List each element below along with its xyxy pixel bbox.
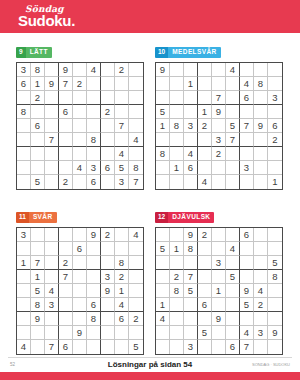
sudoku-cell[interactable] xyxy=(240,105,254,119)
sudoku-cell[interactable]: 3 xyxy=(212,133,226,147)
sudoku-cell[interactable]: 6 xyxy=(101,161,115,175)
sudoku-cell[interactable]: 2 xyxy=(31,91,45,105)
sudoku-cell[interactable] xyxy=(184,326,198,340)
sudoku-cell[interactable] xyxy=(101,63,115,77)
sudoku-cell[interactable]: 8 xyxy=(115,256,129,270)
sudoku-cell[interactable]: 6 xyxy=(226,340,240,354)
sudoku-cell[interactable]: 1 xyxy=(212,284,226,298)
sudoku-cell[interactable] xyxy=(170,77,184,91)
sudoku-cell[interactable] xyxy=(17,147,31,161)
sudoku-cell[interactable] xyxy=(212,77,226,91)
sudoku-cell[interactable] xyxy=(101,175,115,189)
sudoku-cell[interactable]: 7 xyxy=(226,133,240,147)
sudoku-cell[interactable]: 3 xyxy=(45,298,59,312)
sudoku-cell[interactable] xyxy=(45,147,59,161)
sudoku-cell[interactable] xyxy=(87,284,101,298)
sudoku-cell[interactable] xyxy=(115,340,129,354)
sudoku-cell[interactable] xyxy=(45,161,59,175)
sudoku-cell[interactable] xyxy=(254,340,268,354)
sudoku-cell[interactable] xyxy=(156,161,170,175)
sudoku-cell[interactable]: 9 xyxy=(240,284,254,298)
sudoku-cell[interactable]: 6 xyxy=(87,175,101,189)
sudoku-cell[interactable] xyxy=(240,242,254,256)
sudoku-cell[interactable]: 8 xyxy=(184,242,198,256)
sudoku-cell[interactable]: 1 xyxy=(184,77,198,91)
sudoku-cell[interactable] xyxy=(170,312,184,326)
sudoku-cell[interactable]: 2 xyxy=(101,105,115,119)
sudoku-cell[interactable] xyxy=(212,63,226,77)
sudoku-cell[interactable] xyxy=(101,256,115,270)
sudoku-cell[interactable] xyxy=(226,256,240,270)
sudoku-cell[interactable] xyxy=(254,256,268,270)
sudoku-cell[interactable]: 1 xyxy=(198,105,212,119)
sudoku-cell[interactable] xyxy=(240,175,254,189)
sudoku-cell[interactable] xyxy=(184,312,198,326)
sudoku-cell[interactable] xyxy=(156,326,170,340)
sudoku-cell[interactable] xyxy=(156,175,170,189)
sudoku-cell[interactable]: 6 xyxy=(17,77,31,91)
sudoku-cell[interactable] xyxy=(73,298,87,312)
sudoku-cell[interactable] xyxy=(212,161,226,175)
sudoku-cell[interactable]: 4 xyxy=(198,175,212,189)
sudoku-cell[interactable] xyxy=(45,270,59,284)
sudoku-cell[interactable]: 3 xyxy=(17,63,31,77)
sudoku-cell[interactable] xyxy=(198,63,212,77)
sudoku-cell[interactable] xyxy=(184,63,198,77)
sudoku-cell[interactable] xyxy=(254,147,268,161)
sudoku-cell[interactable]: 1 xyxy=(17,256,31,270)
sudoku-cell[interactable] xyxy=(73,256,87,270)
sudoku-cell[interactable]: 7 xyxy=(31,256,45,270)
sudoku-cell[interactable]: 6 xyxy=(31,119,45,133)
sudoku-cell[interactable] xyxy=(198,91,212,105)
sudoku-cell[interactable]: 4 xyxy=(17,340,31,354)
sudoku-cell[interactable]: 1 xyxy=(268,175,282,189)
sudoku-cell[interactable] xyxy=(59,119,73,133)
sudoku-cell[interactable]: 9 xyxy=(212,312,226,326)
sudoku-cell[interactable]: 5 xyxy=(226,119,240,133)
sudoku-cell[interactable] xyxy=(101,340,115,354)
sudoku-cell[interactable] xyxy=(115,228,129,242)
sudoku-cell[interactable]: 2 xyxy=(212,147,226,161)
sudoku-cell[interactable]: 1 xyxy=(31,270,45,284)
sudoku-cell[interactable] xyxy=(184,133,198,147)
sudoku-cell[interactable] xyxy=(226,77,240,91)
sudoku-cell[interactable]: 8 xyxy=(31,298,45,312)
sudoku-cell[interactable]: 8 xyxy=(156,147,170,161)
sudoku-cell[interactable] xyxy=(198,133,212,147)
sudoku-cell[interactable]: 1 xyxy=(31,77,45,91)
sudoku-cell[interactable]: 8 xyxy=(17,105,31,119)
sudoku-cell[interactable] xyxy=(73,105,87,119)
sudoku-cell[interactable] xyxy=(87,77,101,91)
sudoku-cell[interactable] xyxy=(31,340,45,354)
sudoku-cell[interactable] xyxy=(17,298,31,312)
sudoku-cell[interactable] xyxy=(268,242,282,256)
sudoku-cell[interactable] xyxy=(17,270,31,284)
sudoku-cell[interactable]: 6 xyxy=(268,119,282,133)
sudoku-cell[interactable]: 4 xyxy=(45,284,59,298)
sudoku-cell[interactable]: 4 xyxy=(156,312,170,326)
sudoku-cell[interactable] xyxy=(87,147,101,161)
sudoku-cell[interactable] xyxy=(212,228,226,242)
sudoku-cell[interactable]: 6 xyxy=(184,161,198,175)
sudoku-cell[interactable] xyxy=(254,175,268,189)
sudoku-cell[interactable] xyxy=(73,147,87,161)
sudoku-cell[interactable]: 7 xyxy=(115,119,129,133)
sudoku-cell[interactable]: 1 xyxy=(170,161,184,175)
sudoku-cell[interactable] xyxy=(268,161,282,175)
sudoku-cell[interactable]: 5 xyxy=(129,340,143,354)
sudoku-cell[interactable]: 2 xyxy=(59,175,73,189)
sudoku-cell[interactable] xyxy=(45,91,59,105)
sudoku-cell[interactable] xyxy=(240,147,254,161)
sudoku-cell[interactable] xyxy=(59,161,73,175)
sudoku-cell[interactable] xyxy=(129,119,143,133)
sudoku-cell[interactable] xyxy=(129,298,143,312)
sudoku-cell[interactable] xyxy=(240,133,254,147)
sudoku-cell[interactable] xyxy=(212,242,226,256)
sudoku-cell[interactable]: 4 xyxy=(129,133,143,147)
sudoku-cell[interactable]: 4 xyxy=(226,63,240,77)
sudoku-cell[interactable] xyxy=(17,326,31,340)
sudoku-cell[interactable]: 5 xyxy=(240,298,254,312)
sudoku-cell[interactable] xyxy=(268,312,282,326)
sudoku-cell[interactable] xyxy=(73,91,87,105)
sudoku-cell[interactable] xyxy=(254,312,268,326)
sudoku-cell[interactable] xyxy=(101,119,115,133)
sudoku-cell[interactable]: 4 xyxy=(184,147,198,161)
sudoku-cell[interactable]: 3 xyxy=(254,326,268,340)
sudoku-cell[interactable] xyxy=(73,228,87,242)
sudoku-cell[interactable] xyxy=(45,105,59,119)
sudoku-cell[interactable]: 8 xyxy=(129,161,143,175)
sudoku-cell[interactable] xyxy=(268,228,282,242)
sudoku-cell[interactable]: 9 xyxy=(59,63,73,77)
sudoku-cell[interactable]: 9 xyxy=(87,228,101,242)
sudoku-cell[interactable] xyxy=(156,284,170,298)
sudoku-cell[interactable] xyxy=(198,77,212,91)
sudoku-cell[interactable]: 8 xyxy=(170,119,184,133)
sudoku-cell[interactable] xyxy=(17,161,31,175)
sudoku-cell[interactable] xyxy=(240,270,254,284)
sudoku-cell[interactable]: 2 xyxy=(73,77,87,91)
sudoku-cell[interactable]: 8 xyxy=(87,312,101,326)
sudoku-cell[interactable]: 4 xyxy=(254,284,268,298)
sudoku-cell[interactable] xyxy=(31,161,45,175)
sudoku-cell[interactable] xyxy=(45,326,59,340)
sudoku-cell[interactable]: 8 xyxy=(87,133,101,147)
sudoku-cell[interactable]: 5 xyxy=(156,105,170,119)
sudoku-cell[interactable]: 4 xyxy=(115,147,129,161)
sudoku-cell[interactable] xyxy=(226,326,240,340)
sudoku-cell[interactable] xyxy=(254,270,268,284)
sudoku-cell[interactable] xyxy=(101,298,115,312)
sudoku-cell[interactable] xyxy=(87,270,101,284)
sudoku-cell[interactable] xyxy=(268,340,282,354)
sudoku-cell[interactable]: 3 xyxy=(101,270,115,284)
sudoku-cell[interactable]: 9 xyxy=(45,77,59,91)
sudoku-cell[interactable] xyxy=(73,270,87,284)
sudoku-cell[interactable]: 9 xyxy=(268,326,282,340)
sudoku-cell[interactable] xyxy=(31,133,45,147)
sudoku-cell[interactable] xyxy=(129,256,143,270)
sudoku-cell[interactable] xyxy=(184,175,198,189)
sudoku-cell[interactable] xyxy=(101,147,115,161)
sudoku-cell[interactable]: 9 xyxy=(184,228,198,242)
sudoku-cell[interactable] xyxy=(184,91,198,105)
sudoku-cell[interactable] xyxy=(226,161,240,175)
sudoku-cell[interactable] xyxy=(226,298,240,312)
sudoku-cell[interactable]: 7 xyxy=(59,77,73,91)
sudoku-cell[interactable] xyxy=(59,312,73,326)
sudoku-cell[interactable] xyxy=(198,312,212,326)
sudoku-cell[interactable]: 5 xyxy=(226,270,240,284)
sudoku-cell[interactable]: 1 xyxy=(170,242,184,256)
sudoku-cell[interactable] xyxy=(87,119,101,133)
sudoku-cell[interactable] xyxy=(226,91,240,105)
sudoku-cell[interactable] xyxy=(31,105,45,119)
sudoku-cell[interactable] xyxy=(212,340,226,354)
sudoku-cell[interactable] xyxy=(198,161,212,175)
sudoku-cell[interactable] xyxy=(170,63,184,77)
sudoku-cell[interactable] xyxy=(268,284,282,298)
sudoku-cell[interactable]: 5 xyxy=(31,175,45,189)
sudoku-cell[interactable] xyxy=(198,340,212,354)
sudoku-cell[interactable] xyxy=(17,91,31,105)
sudoku-cell[interactable] xyxy=(254,133,268,147)
sudoku-cell[interactable]: 5 xyxy=(184,284,198,298)
sudoku-cell[interactable] xyxy=(268,147,282,161)
sudoku-cell[interactable] xyxy=(156,228,170,242)
sudoku-cell[interactable] xyxy=(45,312,59,326)
sudoku-cell[interactable] xyxy=(101,77,115,91)
sudoku-cell[interactable] xyxy=(226,228,240,242)
sudoku-cell[interactable] xyxy=(73,340,87,354)
sudoku-cell[interactable] xyxy=(170,175,184,189)
sudoku-cell[interactable]: 2 xyxy=(101,228,115,242)
sudoku-cell[interactable]: 7 xyxy=(129,175,143,189)
sudoku-cell[interactable] xyxy=(59,133,73,147)
sudoku-cell[interactable]: 9 xyxy=(254,119,268,133)
sudoku-cell[interactable]: 7 xyxy=(184,270,198,284)
sudoku-cell[interactable]: 5 xyxy=(156,242,170,256)
sudoku-cell[interactable] xyxy=(129,242,143,256)
sudoku-cell[interactable] xyxy=(129,270,143,284)
sudoku-cell[interactable] xyxy=(115,133,129,147)
sudoku-cell[interactable] xyxy=(45,119,59,133)
sudoku-cell[interactable] xyxy=(59,228,73,242)
sudoku-cell[interactable]: 6 xyxy=(198,298,212,312)
sudoku-cell[interactable] xyxy=(59,284,73,298)
sudoku-cell[interactable]: 4 xyxy=(115,298,129,312)
sudoku-cell[interactable] xyxy=(226,312,240,326)
sudoku-cell[interactable]: 2 xyxy=(198,228,212,242)
sudoku-cell[interactable] xyxy=(59,147,73,161)
sudoku-cell[interactable]: 8 xyxy=(268,270,282,284)
sudoku-cell[interactable]: 6 xyxy=(240,91,254,105)
sudoku-cell[interactable] xyxy=(156,270,170,284)
sudoku-cell[interactable] xyxy=(115,242,129,256)
sudoku-cell[interactable] xyxy=(226,175,240,189)
sudoku-cell[interactable] xyxy=(101,133,115,147)
sudoku-cell[interactable] xyxy=(17,119,31,133)
sudoku-cell[interactable]: 9 xyxy=(73,326,87,340)
sudoku-cell[interactable] xyxy=(212,119,226,133)
sudoku-cell[interactable] xyxy=(73,284,87,298)
sudoku-cell[interactable] xyxy=(17,312,31,326)
sudoku-cell[interactable] xyxy=(45,175,59,189)
sudoku-cell[interactable]: 3 xyxy=(184,119,198,133)
sudoku-cell[interactable]: 6 xyxy=(59,105,73,119)
sudoku-cell[interactable]: 4 xyxy=(240,326,254,340)
sudoku-cell[interactable]: 3 xyxy=(212,256,226,270)
sudoku-cell[interactable] xyxy=(87,326,101,340)
sudoku-cell[interactable] xyxy=(268,105,282,119)
sudoku-cell[interactable]: 1 xyxy=(156,119,170,133)
sudoku-cell[interactable] xyxy=(170,256,184,270)
sudoku-cell[interactable]: 8 xyxy=(31,63,45,77)
sudoku-cell[interactable]: 6 xyxy=(73,242,87,256)
sudoku-cell[interactable] xyxy=(212,298,226,312)
sudoku-cell[interactable]: 4 xyxy=(87,63,101,77)
sudoku-cell[interactable] xyxy=(268,63,282,77)
sudoku-cell[interactable] xyxy=(268,298,282,312)
sudoku-cell[interactable] xyxy=(156,91,170,105)
sudoku-cell[interactable] xyxy=(87,340,101,354)
sudoku-cell[interactable] xyxy=(31,228,45,242)
sudoku-cell[interactable]: 4 xyxy=(240,77,254,91)
sudoku-cell[interactable] xyxy=(198,256,212,270)
sudoku-cell[interactable] xyxy=(17,133,31,147)
sudoku-cell[interactable] xyxy=(184,256,198,270)
sudoku-cell[interactable] xyxy=(156,133,170,147)
sudoku-cell[interactable]: 7 xyxy=(59,270,73,284)
sudoku-cell[interactable] xyxy=(240,312,254,326)
sudoku-cell[interactable] xyxy=(170,91,184,105)
sudoku-cell[interactable] xyxy=(254,242,268,256)
sudoku-cell[interactable] xyxy=(226,147,240,161)
sudoku-cell[interactable] xyxy=(198,147,212,161)
sudoku-cell[interactable]: 6 xyxy=(240,228,254,242)
sudoku-cell[interactable]: 5 xyxy=(115,161,129,175)
sudoku-cell[interactable]: 5 xyxy=(198,326,212,340)
sudoku-cell[interactable] xyxy=(17,175,31,189)
sudoku-cell[interactable] xyxy=(170,133,184,147)
sudoku-cell[interactable] xyxy=(254,161,268,175)
sudoku-cell[interactable]: 3 xyxy=(184,340,198,354)
sudoku-cell[interactable]: 7 xyxy=(45,340,59,354)
sudoku-cell[interactable] xyxy=(212,326,226,340)
sudoku-cell[interactable]: 4 xyxy=(226,242,240,256)
sudoku-cell[interactable]: 2 xyxy=(115,270,129,284)
sudoku-cell[interactable] xyxy=(59,242,73,256)
sudoku-cell[interactable] xyxy=(184,105,198,119)
sudoku-cell[interactable] xyxy=(87,256,101,270)
sudoku-cell[interactable] xyxy=(212,175,226,189)
sudoku-cell[interactable]: 3 xyxy=(87,161,101,175)
sudoku-cell[interactable] xyxy=(45,256,59,270)
sudoku-cell[interactable] xyxy=(156,340,170,354)
sudoku-cell[interactable] xyxy=(59,91,73,105)
sudoku-cell[interactable] xyxy=(101,91,115,105)
sudoku-cell[interactable]: 9 xyxy=(156,63,170,77)
sudoku-cell[interactable]: 4 xyxy=(73,161,87,175)
sudoku-cell[interactable] xyxy=(87,91,101,105)
sudoku-cell[interactable]: 2 xyxy=(115,63,129,77)
sudoku-cell[interactable] xyxy=(240,256,254,270)
sudoku-cell[interactable] xyxy=(170,298,184,312)
sudoku-cell[interactable]: 7 xyxy=(240,119,254,133)
sudoku-cell[interactable] xyxy=(101,326,115,340)
sudoku-cell[interactable] xyxy=(115,91,129,105)
sudoku-cell[interactable]: 7 xyxy=(240,340,254,354)
sudoku-cell[interactable] xyxy=(170,105,184,119)
sudoku-cell[interactable] xyxy=(254,228,268,242)
sudoku-cell[interactable]: 9 xyxy=(212,105,226,119)
sudoku-cell[interactable]: 5 xyxy=(268,256,282,270)
sudoku-cell[interactable] xyxy=(73,133,87,147)
sudoku-cell[interactable] xyxy=(101,312,115,326)
sudoku-cell[interactable] xyxy=(115,77,129,91)
sudoku-cell[interactable] xyxy=(87,105,101,119)
sudoku-cell[interactable] xyxy=(170,326,184,340)
sudoku-cell[interactable] xyxy=(198,270,212,284)
sudoku-cell[interactable]: 9 xyxy=(31,312,45,326)
sudoku-cell[interactable]: 2 xyxy=(59,256,73,270)
sudoku-cell[interactable] xyxy=(129,91,143,105)
sudoku-cell[interactable] xyxy=(115,105,129,119)
sudoku-cell[interactable]: 2 xyxy=(198,119,212,133)
sudoku-cell[interactable] xyxy=(170,147,184,161)
sudoku-cell[interactable] xyxy=(31,326,45,340)
sudoku-cell[interactable]: 8 xyxy=(170,284,184,298)
sudoku-cell[interactable] xyxy=(73,312,87,326)
sudoku-cell[interactable] xyxy=(45,242,59,256)
sudoku-cell[interactable] xyxy=(31,242,45,256)
sudoku-cell[interactable]: 6 xyxy=(59,340,73,354)
sudoku-cell[interactable]: 9 xyxy=(101,284,115,298)
sudoku-cell[interactable] xyxy=(170,340,184,354)
sudoku-cell[interactable] xyxy=(254,105,268,119)
sudoku-cell[interactable] xyxy=(129,105,143,119)
sudoku-cell[interactable]: 4 xyxy=(129,228,143,242)
sudoku-cell[interactable] xyxy=(226,105,240,119)
sudoku-cell[interactable] xyxy=(101,242,115,256)
sudoku-cell[interactable]: 2 xyxy=(129,312,143,326)
sudoku-cell[interactable]: 6 xyxy=(115,312,129,326)
sudoku-cell[interactable] xyxy=(184,298,198,312)
sudoku-cell[interactable] xyxy=(129,284,143,298)
sudoku-cell[interactable] xyxy=(87,242,101,256)
sudoku-cell[interactable]: 1 xyxy=(115,284,129,298)
sudoku-cell[interactable]: 3 xyxy=(240,161,254,175)
sudoku-cell[interactable] xyxy=(115,326,129,340)
sudoku-cell[interactable] xyxy=(212,270,226,284)
sudoku-cell[interactable] xyxy=(198,242,212,256)
sudoku-cell[interactable] xyxy=(45,63,59,77)
sudoku-cell[interactable]: 2 xyxy=(268,133,282,147)
sudoku-cell[interactable] xyxy=(129,77,143,91)
sudoku-cell[interactable]: 5 xyxy=(31,284,45,298)
sudoku-cell[interactable]: 7 xyxy=(212,91,226,105)
sudoku-cell[interactable]: 2 xyxy=(254,298,268,312)
sudoku-cell[interactable]: 7 xyxy=(45,133,59,147)
sudoku-cell[interactable] xyxy=(73,63,87,77)
sudoku-cell[interactable]: 8 xyxy=(254,77,268,91)
sudoku-cell[interactable] xyxy=(59,326,73,340)
sudoku-cell[interactable] xyxy=(129,326,143,340)
